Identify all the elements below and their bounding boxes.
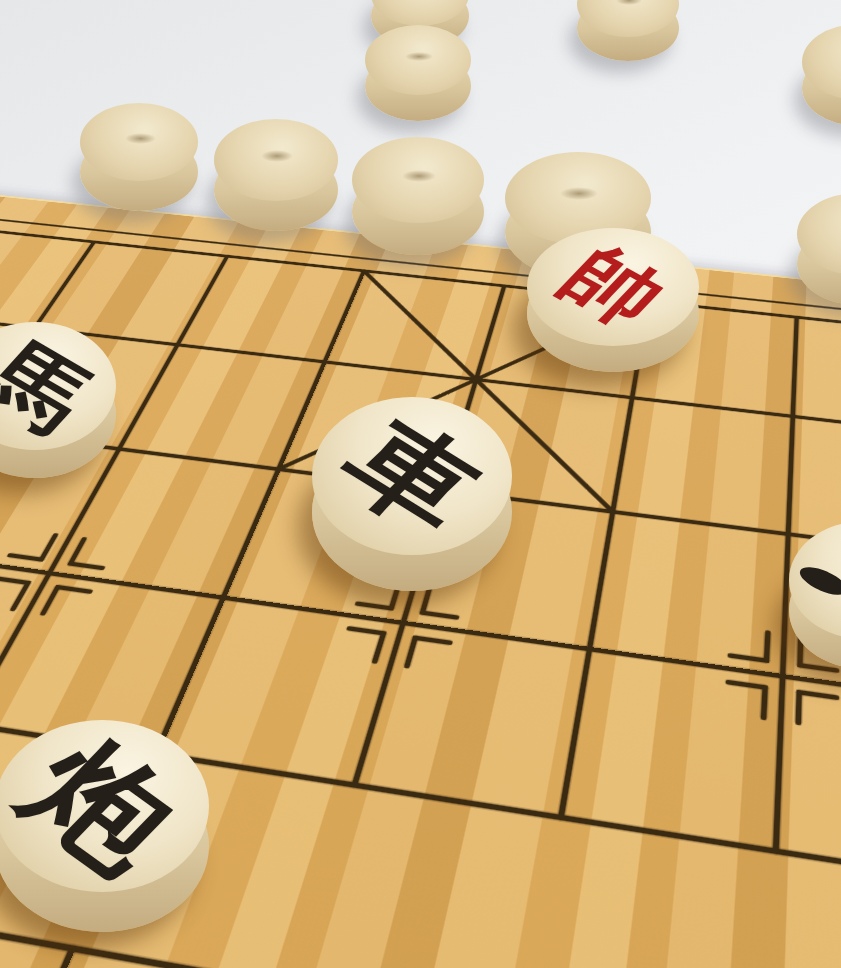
blank-piece[interactable] bbox=[577, 0, 679, 61]
piece-black-chariot[interactable]: 車 bbox=[312, 397, 512, 591]
partial-character-mark bbox=[796, 561, 841, 600]
wood-knot-mark bbox=[261, 150, 293, 161]
wood-knot-mark bbox=[616, 0, 643, 5]
piece-face bbox=[80, 103, 198, 181]
piece-character-black-horse: 馬 bbox=[0, 329, 106, 443]
wood-knot-mark bbox=[125, 133, 156, 144]
piece-character-black-chariot: 車 bbox=[324, 405, 501, 546]
blank-piece[interactable] bbox=[80, 103, 198, 211]
piece-character-black-cannon: 炮 bbox=[5, 722, 199, 889]
piece-face bbox=[214, 119, 338, 201]
piece-face: 炮 bbox=[0, 720, 209, 892]
piece-black-horse[interactable]: 馬 bbox=[0, 322, 116, 478]
blank-piece[interactable] bbox=[797, 193, 841, 305]
wood-knot-mark bbox=[402, 170, 436, 182]
piece-character-red-general: 帥 bbox=[547, 237, 678, 337]
wood-knot-mark bbox=[405, 52, 433, 62]
piece-black-unknown[interactable] bbox=[789, 521, 841, 669]
piece-face: 帥 bbox=[527, 228, 699, 346]
piece-face bbox=[352, 137, 484, 223]
piece-black-cannon[interactable]: 炮 bbox=[0, 720, 209, 932]
piece-red-general[interactable]: 帥 bbox=[527, 228, 699, 372]
blank-piece[interactable] bbox=[214, 119, 338, 231]
wood-knot-mark bbox=[560, 187, 598, 200]
xiangqi-photo-scene: 帥車馬炮 bbox=[0, 0, 841, 968]
blank-piece[interactable] bbox=[802, 24, 841, 126]
piece-face: 車 bbox=[312, 397, 512, 555]
blank-piece[interactable] bbox=[365, 25, 471, 121]
piece-face bbox=[365, 25, 471, 95]
blank-piece[interactable] bbox=[352, 137, 484, 255]
